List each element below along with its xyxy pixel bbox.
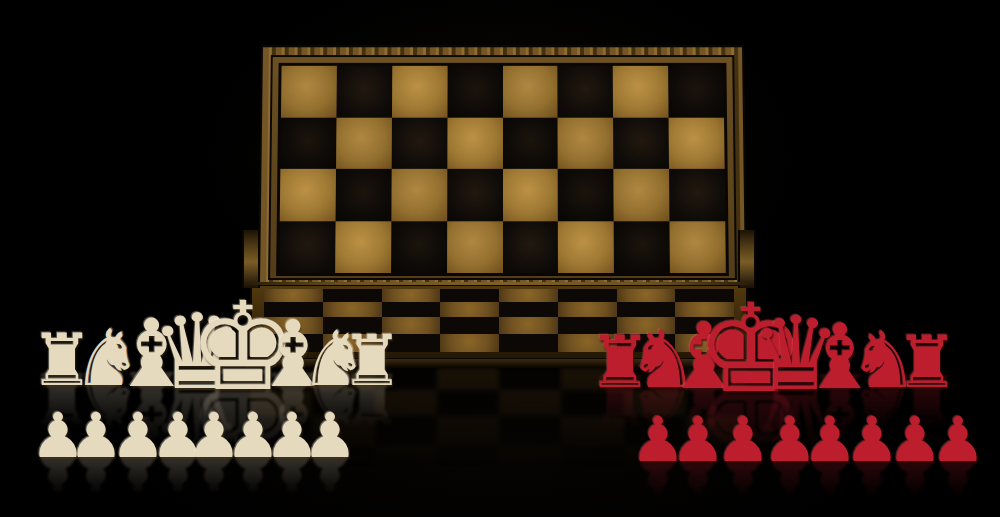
board-square-gold <box>447 117 503 169</box>
board-square-black <box>447 169 503 221</box>
board-square-black <box>499 368 561 390</box>
board-square-gold <box>670 221 726 273</box>
board-square-gold <box>281 66 337 117</box>
board-gilt-ornate-band <box>260 47 745 282</box>
board-square-black <box>503 117 559 169</box>
board-square-gold <box>440 334 499 352</box>
board-square-black <box>614 221 670 273</box>
board-square-gold <box>447 221 503 273</box>
board-square-gold <box>375 446 437 480</box>
board-square-black <box>382 302 441 317</box>
board-square-black <box>558 66 614 117</box>
board-square-gold <box>499 317 558 334</box>
board-square-gold <box>503 66 558 117</box>
red-pawn-pawn-8: ♟ <box>930 409 986 471</box>
board-square-gold <box>391 169 447 221</box>
board-square-black <box>669 169 725 221</box>
board-square-black <box>391 221 447 273</box>
board-square-gold <box>382 289 441 302</box>
board-square-gold <box>499 289 558 302</box>
board-square-black <box>440 289 499 302</box>
board-square-gold <box>613 66 669 117</box>
board-square-gold <box>499 390 561 416</box>
board-square-gold <box>392 66 448 117</box>
board-square-gold <box>440 302 499 317</box>
photo-stage: ♜♜♞♞♝♝♛♛♚♚♝♝♞♞♜♜♟♟♟♟♟♟♟♟♟♟♟♟♟♟♟♟♜♜♞♞♝♝♚♚… <box>0 0 1000 517</box>
board-square-black <box>279 221 335 273</box>
board-square-gold <box>558 221 614 273</box>
board-square-black <box>561 446 623 480</box>
hinge-line <box>250 282 748 285</box>
board-square-black <box>280 117 336 169</box>
board-square-black <box>437 390 499 416</box>
board-square-black <box>336 66 392 117</box>
board-square-black <box>335 169 391 221</box>
board-square-black <box>499 302 558 317</box>
board-square-gold <box>437 416 499 446</box>
board-square-black <box>499 416 561 446</box>
board-square-black <box>437 446 499 480</box>
board-square-gold <box>669 117 725 169</box>
standing-checkerboard <box>279 66 726 273</box>
board-gilt-inner-band <box>270 57 735 278</box>
board-square-gold <box>335 221 391 273</box>
board-square-black <box>613 117 669 169</box>
white-rook-back-8: ♜ <box>341 326 404 396</box>
board-square-gold <box>503 169 559 221</box>
board-square-gold <box>280 169 336 221</box>
board-square-black <box>447 66 502 117</box>
board-outer-edge <box>258 45 747 284</box>
board-square-gold <box>614 169 670 221</box>
red-rook-back-8: ♜ <box>895 326 960 398</box>
board-square-black <box>558 169 614 221</box>
board-square-black <box>558 289 617 302</box>
board-square-gold <box>558 117 614 169</box>
board-square-black <box>499 334 558 352</box>
board-square-gold <box>617 289 676 302</box>
board-square-gold <box>558 302 617 317</box>
board-square-black <box>668 66 724 117</box>
board-square-gold <box>499 446 561 480</box>
board-field-border <box>276 63 729 276</box>
white-pawn-pawn-8: ♟ <box>302 405 358 467</box>
board-square-gold <box>336 117 392 169</box>
board-square-black <box>503 221 559 273</box>
board-square-black <box>440 317 499 334</box>
board-square-black <box>391 117 447 169</box>
board-square-gold <box>437 368 499 390</box>
board-dark-line <box>268 55 737 280</box>
standing-board-half <box>258 45 747 284</box>
